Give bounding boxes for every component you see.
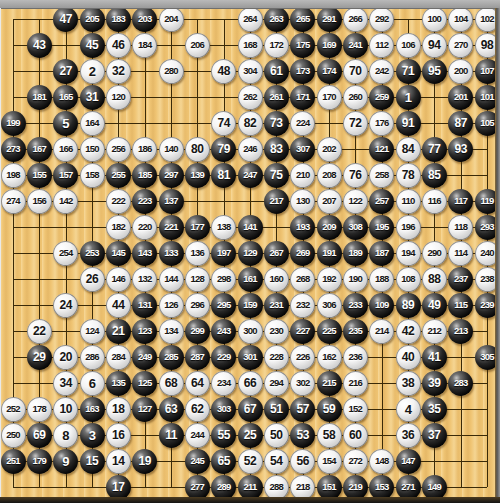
- move-number: 42: [402, 325, 414, 337]
- black-stone-257: 257: [369, 189, 394, 214]
- black-stone-181: 181: [27, 85, 52, 110]
- move-number: 134: [164, 326, 177, 336]
- white-stone-60: 60: [343, 423, 368, 448]
- move-number: 59: [323, 403, 335, 415]
- move-number: 263: [270, 14, 283, 24]
- black-stone-73: 73: [264, 111, 289, 136]
- black-stone-121: 121: [369, 137, 394, 162]
- move-number: 145: [112, 248, 125, 258]
- move-number: 234: [217, 378, 230, 388]
- black-stone-269: 269: [290, 241, 315, 266]
- move-number: 224: [296, 118, 309, 128]
- white-stone-16: 16: [106, 423, 131, 448]
- white-stone-288: 288: [264, 475, 289, 500]
- move-number: 307: [296, 144, 309, 154]
- white-stone-266: 266: [343, 7, 368, 32]
- white-stone-300: 300: [238, 319, 263, 344]
- black-stone-189: 189: [343, 241, 368, 266]
- move-number: 53: [297, 429, 309, 441]
- board-frame-bottom: [0, 497, 500, 503]
- move-number: 64: [191, 377, 203, 389]
- black-stone-225: 225: [317, 319, 342, 344]
- black-stone-135: 135: [106, 371, 131, 396]
- black-stone-285: 285: [159, 345, 184, 370]
- move-number: 208: [322, 170, 335, 180]
- black-stone-155: 155: [27, 163, 52, 188]
- black-stone-127: 127: [132, 397, 157, 422]
- move-number: 121: [375, 144, 388, 154]
- move-number: 239: [480, 300, 493, 310]
- move-number: 188: [375, 274, 388, 284]
- move-number: 2: [89, 65, 96, 78]
- black-stone-169: 169: [317, 33, 342, 58]
- black-stone-53: 53: [290, 423, 315, 448]
- move-number: 158: [85, 170, 98, 180]
- move-number: 85: [428, 169, 440, 181]
- white-stone-50: 50: [264, 423, 289, 448]
- move-number: 305: [480, 352, 493, 362]
- move-number: 3: [89, 429, 96, 442]
- move-number: 294: [270, 378, 283, 388]
- move-number: 155: [33, 170, 46, 180]
- black-stone-283: 283: [448, 371, 473, 396]
- black-stone-219: 219: [343, 475, 368, 500]
- move-number: 164: [85, 118, 98, 128]
- black-stone-9: 9: [53, 449, 78, 474]
- move-number: 127: [138, 404, 151, 414]
- white-stone-130: 130: [290, 189, 315, 214]
- move-number: 288: [270, 482, 283, 492]
- black-stone-231: 231: [264, 293, 289, 318]
- black-stone-174: 174: [317, 59, 342, 84]
- white-stone-186: 186: [132, 137, 157, 162]
- move-number: 168: [243, 40, 256, 50]
- white-stone-264: 264: [238, 7, 263, 32]
- black-stone-205: 205: [80, 7, 105, 32]
- move-number: 41: [428, 351, 440, 363]
- move-number: 261: [270, 92, 283, 102]
- white-stone-24: 24: [53, 293, 78, 318]
- move-number: 226: [296, 352, 309, 362]
- move-number: 132: [138, 274, 151, 284]
- black-stone-187: 187: [369, 241, 394, 266]
- white-stone-216: 216: [343, 371, 368, 396]
- black-stone-253: 253: [80, 241, 105, 266]
- black-stone-3: 3: [80, 423, 105, 448]
- move-number: 116: [428, 196, 441, 206]
- white-stone-14: 14: [106, 449, 131, 474]
- move-number: 35: [428, 403, 440, 415]
- white-stone-132: 132: [132, 267, 157, 292]
- white-stone-134: 134: [159, 319, 184, 344]
- move-number: 124: [85, 326, 98, 336]
- white-stone-148: 148: [369, 449, 394, 474]
- black-stone-211: 211: [238, 475, 263, 500]
- move-number: 107: [480, 66, 493, 76]
- move-number: 139: [191, 170, 204, 180]
- move-number: 52: [244, 455, 256, 467]
- black-stone-197: 197: [211, 241, 236, 266]
- move-number: 295: [217, 300, 230, 310]
- move-number: 192: [322, 274, 335, 284]
- black-stone-149: 149: [422, 475, 447, 500]
- move-number: 174: [322, 66, 335, 76]
- white-stone-210: 210: [290, 163, 315, 188]
- move-number: 148: [375, 456, 388, 466]
- move-number: 149: [428, 482, 441, 492]
- white-stone-284: 284: [106, 345, 131, 370]
- move-number: 228: [270, 352, 283, 362]
- move-number: 135: [112, 378, 125, 388]
- move-number: 198: [6, 170, 19, 180]
- move-number: 27: [60, 65, 72, 77]
- black-stone-199: 199: [1, 111, 26, 136]
- white-stone-136: 136: [185, 241, 210, 266]
- move-number: 114: [454, 248, 467, 258]
- white-stone-170: 170: [317, 85, 342, 110]
- move-number: 185: [138, 170, 151, 180]
- move-number: 175: [296, 40, 309, 50]
- black-stone-43: 43: [27, 33, 52, 58]
- move-number: 95: [428, 65, 440, 77]
- move-number: 212: [428, 326, 441, 336]
- move-number: 243: [217, 326, 230, 336]
- move-number: 240: [480, 248, 493, 258]
- white-stone-286: 286: [80, 345, 105, 370]
- move-number: 176: [375, 118, 388, 128]
- black-stone-223: 223: [132, 189, 157, 214]
- white-stone-48: 48: [211, 59, 236, 84]
- move-number: 171: [296, 92, 309, 102]
- move-number: 218: [296, 482, 309, 492]
- white-stone-72: 72: [343, 111, 368, 136]
- move-number: 199: [6, 118, 19, 128]
- move-number: 244: [191, 430, 204, 440]
- white-stone-108: 108: [396, 267, 421, 292]
- black-stone-5: 5: [53, 111, 78, 136]
- move-number: 209: [322, 222, 335, 232]
- move-number: 258: [375, 170, 388, 180]
- black-stone-308: 308: [343, 215, 368, 240]
- move-number: 195: [375, 222, 388, 232]
- move-number: 138: [217, 222, 230, 232]
- black-stone-177: 177: [185, 215, 210, 240]
- move-number: 302: [296, 378, 309, 388]
- move-number: 222: [112, 196, 125, 206]
- black-stone-71: 71: [396, 59, 421, 84]
- black-stone-171: 171: [290, 85, 315, 110]
- move-number: 298: [217, 274, 230, 284]
- white-stone-254: 254: [53, 241, 78, 266]
- black-stone-131: 131: [132, 293, 157, 318]
- white-stone-166: 166: [53, 137, 78, 162]
- black-stone-109: 109: [369, 293, 394, 318]
- white-stone-70: 70: [343, 59, 368, 84]
- move-number: 83: [270, 143, 282, 155]
- move-number: 227: [296, 326, 309, 336]
- move-number: 177: [191, 222, 204, 232]
- move-number: 140: [164, 144, 177, 154]
- move-number: 79: [218, 143, 230, 155]
- move-number: 213: [454, 326, 467, 336]
- move-number: 169: [322, 40, 335, 50]
- black-stone-243: 243: [211, 319, 236, 344]
- white-stone-178: 178: [27, 397, 52, 422]
- move-number: 191: [322, 248, 335, 258]
- white-stone-38: 38: [396, 371, 421, 396]
- move-number: 4: [405, 403, 412, 416]
- move-number: 286: [85, 352, 98, 362]
- move-number: 10: [60, 403, 72, 415]
- move-number: 220: [138, 222, 151, 232]
- move-number: 290: [428, 248, 441, 258]
- move-number: 269: [296, 248, 309, 258]
- move-number: 39: [428, 377, 440, 389]
- move-number: 167: [33, 144, 46, 154]
- white-stone-298: 298: [211, 267, 236, 292]
- move-number: 126: [164, 300, 177, 310]
- white-stone-204: 204: [159, 7, 184, 32]
- move-number: 72: [349, 117, 361, 129]
- white-stone-42: 42: [396, 319, 421, 344]
- black-stone-75: 75: [264, 163, 289, 188]
- black-stone-29: 29: [27, 345, 52, 370]
- move-number: 246: [243, 144, 256, 154]
- white-stone-246: 246: [238, 137, 263, 162]
- black-stone-179: 179: [27, 449, 52, 474]
- move-number: 262: [243, 92, 256, 102]
- move-number: 274: [6, 196, 19, 206]
- white-stone-198: 198: [1, 163, 26, 188]
- black-stone-37: 37: [422, 423, 447, 448]
- move-number: 264: [243, 14, 256, 24]
- black-stone-185: 185: [132, 163, 157, 188]
- move-number: 203: [138, 14, 151, 24]
- move-number: 50: [270, 429, 282, 441]
- move-number: 137: [164, 196, 177, 206]
- black-stone-215: 215: [317, 371, 342, 396]
- go-board[interactable]: 4720518320320426426326529126629210010410…: [0, 8, 500, 503]
- white-stone-44: 44: [106, 293, 131, 318]
- black-stone-203: 203: [132, 7, 157, 32]
- white-stone-146: 146: [106, 267, 131, 292]
- white-stone-68: 68: [159, 371, 184, 396]
- move-number: 40: [402, 351, 414, 363]
- white-stone-26: 26: [80, 267, 105, 292]
- black-stone-261: 261: [264, 85, 289, 110]
- black-stone-247: 247: [238, 163, 263, 188]
- black-stone-27: 27: [53, 59, 78, 84]
- white-stone-260: 260: [343, 85, 368, 110]
- move-number: 182: [112, 222, 125, 232]
- black-stone-235: 235: [343, 319, 368, 344]
- black-stone-301: 301: [238, 345, 263, 370]
- black-stone-11: 11: [159, 423, 184, 448]
- move-number: 268: [296, 274, 309, 284]
- move-number: 8: [62, 429, 69, 442]
- move-number: 256: [112, 144, 125, 154]
- white-stone-106: 106: [396, 33, 421, 58]
- white-stone-34: 34: [53, 371, 78, 396]
- black-stone-65: 65: [211, 449, 236, 474]
- move-number: 229: [217, 352, 230, 362]
- move-number: 24: [60, 299, 72, 311]
- white-stone-104: 104: [448, 7, 473, 32]
- white-stone-222: 222: [106, 189, 131, 214]
- move-number: 9: [62, 455, 69, 468]
- move-number: 1: [405, 91, 412, 104]
- move-number: 136: [191, 248, 204, 258]
- black-stone-273: 273: [1, 137, 26, 162]
- black-stone-17: 17: [106, 475, 131, 500]
- white-stone-270: 270: [448, 33, 473, 58]
- move-number: 89: [402, 299, 414, 311]
- black-stone-61: 61: [264, 59, 289, 84]
- white-stone-262: 262: [238, 85, 263, 110]
- move-number: 55: [218, 429, 230, 441]
- move-number: 219: [349, 482, 362, 492]
- black-stone-47: 47: [53, 7, 78, 32]
- white-stone-184: 184: [132, 33, 157, 58]
- white-stone-140: 140: [159, 137, 184, 162]
- white-stone-84: 84: [396, 137, 421, 162]
- black-stone-143: 143: [132, 241, 157, 266]
- white-stone-226: 226: [290, 345, 315, 370]
- move-number: 130: [296, 196, 309, 206]
- move-number: 254: [59, 248, 72, 258]
- move-number: 186: [138, 144, 151, 154]
- black-stone-297: 297: [159, 163, 184, 188]
- move-number: 66: [244, 377, 256, 389]
- move-number: 284: [112, 352, 125, 362]
- black-stone-163: 163: [80, 397, 105, 422]
- move-number: 236: [349, 352, 362, 362]
- move-number: 93: [455, 143, 467, 155]
- move-number: 165: [59, 92, 72, 102]
- move-number: 91: [402, 117, 414, 129]
- black-stone-137: 137: [159, 189, 184, 214]
- move-number: 247: [243, 170, 256, 180]
- black-stone-265: 265: [290, 7, 315, 32]
- move-number: 44: [112, 299, 124, 311]
- black-stone-117: 117: [448, 189, 473, 214]
- move-number: 251: [6, 456, 19, 466]
- white-stone-126: 126: [159, 293, 184, 318]
- move-number: 5: [62, 117, 69, 130]
- move-number: 287: [191, 352, 204, 362]
- move-number: 190: [349, 274, 362, 284]
- white-stone-304: 304: [238, 59, 263, 84]
- move-number: 17: [112, 481, 124, 493]
- move-number: 225: [322, 326, 335, 336]
- black-stone-151: 151: [317, 475, 342, 500]
- move-number: 109: [375, 300, 388, 310]
- move-number: 211: [244, 482, 257, 492]
- move-number: 273: [6, 144, 19, 154]
- go-app-window: 4720518320320426426326529126629210010410…: [0, 0, 500, 503]
- move-number: 115: [454, 300, 467, 310]
- move-number: 183: [112, 14, 125, 24]
- move-number: 154: [322, 456, 335, 466]
- black-stone-69: 69: [27, 423, 52, 448]
- move-number: 297: [164, 170, 177, 180]
- move-number: 122: [349, 196, 362, 206]
- move-number: 82: [244, 117, 256, 129]
- black-stone-287: 287: [185, 345, 210, 370]
- move-number: 306: [322, 300, 335, 310]
- white-stone-207: 207: [317, 189, 342, 214]
- move-number: 242: [375, 66, 388, 76]
- black-stone-277: 277: [185, 475, 210, 500]
- move-number: 51: [270, 403, 282, 415]
- black-stone-129: 129: [238, 241, 263, 266]
- white-stone-172: 172: [264, 33, 289, 58]
- move-number: 160: [270, 274, 283, 284]
- move-number: 204: [164, 14, 177, 24]
- black-stone-85: 85: [422, 163, 447, 188]
- black-stone-271: 271: [396, 475, 421, 500]
- white-stone-154: 154: [317, 449, 342, 474]
- black-stone-95: 95: [422, 59, 447, 84]
- white-stone-218: 218: [290, 475, 315, 500]
- black-stone-229: 229: [211, 345, 236, 370]
- move-number: 70: [349, 65, 361, 77]
- move-number: 221: [164, 222, 177, 232]
- move-number: 179: [33, 456, 46, 466]
- black-stone-267: 267: [264, 241, 289, 266]
- white-stone-236: 236: [343, 345, 368, 370]
- white-stone-94: 94: [422, 33, 447, 58]
- white-stone-142: 142: [53, 189, 78, 214]
- move-number: 237: [454, 274, 467, 284]
- move-number: 94: [428, 39, 440, 51]
- move-number: 163: [85, 404, 98, 414]
- move-number: 285: [164, 352, 177, 362]
- move-number: 15: [86, 455, 98, 467]
- move-number: 253: [85, 248, 98, 258]
- white-stone-88: 88: [422, 267, 447, 292]
- white-stone-242: 242: [369, 59, 394, 84]
- black-stone-263: 263: [264, 7, 289, 32]
- move-number: 172: [270, 40, 283, 50]
- move-number: 98: [481, 39, 493, 51]
- white-stone-156: 156: [27, 189, 52, 214]
- black-stone-77: 77: [422, 137, 447, 162]
- black-stone-161: 161: [238, 267, 263, 292]
- move-number: 196: [401, 222, 414, 232]
- white-stone-274: 274: [1, 189, 26, 214]
- move-number: 202: [322, 144, 335, 154]
- white-stone-128: 128: [185, 267, 210, 292]
- black-stone-55: 55: [211, 423, 236, 448]
- black-stone-251: 251: [1, 449, 26, 474]
- white-stone-244: 244: [185, 423, 210, 448]
- move-number: 101: [480, 92, 493, 102]
- move-number: 32: [112, 65, 124, 77]
- move-number: 292: [375, 14, 388, 24]
- move-number: 105: [480, 118, 493, 128]
- white-stone-62: 62: [185, 397, 210, 422]
- white-stone-36: 36: [396, 423, 421, 448]
- move-number: 235: [349, 326, 362, 336]
- white-stone-100: 100: [422, 7, 447, 32]
- white-stone-152: 152: [343, 397, 368, 422]
- black-stone-63: 63: [159, 397, 184, 422]
- move-number: 73: [270, 117, 282, 129]
- black-stone-259: 259: [369, 85, 394, 110]
- move-number: 159: [243, 300, 256, 310]
- black-stone-303: 303: [211, 397, 236, 422]
